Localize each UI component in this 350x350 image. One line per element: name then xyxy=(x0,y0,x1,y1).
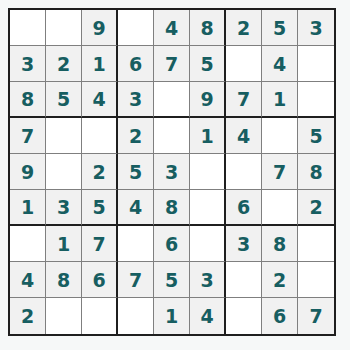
cell-r4c5[interactable] xyxy=(154,118,190,154)
cell-r8c3[interactable]: 6 xyxy=(82,262,118,298)
cell-r3c2[interactable]: 5 xyxy=(46,82,82,118)
cell-r2c1[interactable]: 3 xyxy=(10,46,46,82)
cell-r7c7[interactable]: 3 xyxy=(226,226,262,262)
cell-r8c5[interactable]: 5 xyxy=(154,262,190,298)
cell-r4c3[interactable] xyxy=(82,118,118,154)
cell-r2c7[interactable] xyxy=(226,46,262,82)
cell-r4c6[interactable]: 1 xyxy=(190,118,226,154)
cell-r1c4[interactable] xyxy=(118,10,154,46)
cell-r3c1[interactable]: 8 xyxy=(10,82,46,118)
cell-r1c7[interactable]: 2 xyxy=(226,10,262,46)
cell-r1c2[interactable] xyxy=(46,10,82,46)
cell-r8c6[interactable]: 3 xyxy=(190,262,226,298)
sudoku-board: 9482533216754854397172145925378135486217… xyxy=(8,8,336,336)
cell-r2c8[interactable]: 4 xyxy=(262,46,298,82)
cell-r1c8[interactable]: 5 xyxy=(262,10,298,46)
cell-r4c8[interactable] xyxy=(262,118,298,154)
cell-r8c7[interactable] xyxy=(226,262,262,298)
cell-r5c6[interactable] xyxy=(190,154,226,190)
cell-r5c8[interactable]: 7 xyxy=(262,154,298,190)
cell-r3c5[interactable] xyxy=(154,82,190,118)
cell-r2c2[interactable]: 2 xyxy=(46,46,82,82)
cell-r8c2[interactable]: 8 xyxy=(46,262,82,298)
cell-r8c9[interactable] xyxy=(298,262,334,298)
cell-r5c9[interactable]: 8 xyxy=(298,154,334,190)
cell-r9c7[interactable] xyxy=(226,298,262,334)
cell-r4c1[interactable]: 7 xyxy=(10,118,46,154)
cell-r3c8[interactable]: 1 xyxy=(262,82,298,118)
cell-r6c7[interactable]: 6 xyxy=(226,190,262,226)
cell-r1c5[interactable]: 4 xyxy=(154,10,190,46)
cell-r5c7[interactable] xyxy=(226,154,262,190)
cell-r7c8[interactable]: 8 xyxy=(262,226,298,262)
cell-r3c6[interactable]: 9 xyxy=(190,82,226,118)
cell-r7c3[interactable]: 7 xyxy=(82,226,118,262)
cell-r3c3[interactable]: 4 xyxy=(82,82,118,118)
cell-r9c1[interactable]: 2 xyxy=(10,298,46,334)
cell-r1c1[interactable] xyxy=(10,10,46,46)
cell-r7c5[interactable]: 6 xyxy=(154,226,190,262)
cell-r4c4[interactable]: 2 xyxy=(118,118,154,154)
cell-r2c5[interactable]: 7 xyxy=(154,46,190,82)
cell-r6c1[interactable]: 1 xyxy=(10,190,46,226)
cell-r6c2[interactable]: 3 xyxy=(46,190,82,226)
cell-r9c5[interactable]: 1 xyxy=(154,298,190,334)
cell-r6c5[interactable]: 8 xyxy=(154,190,190,226)
cell-r1c9[interactable]: 3 xyxy=(298,10,334,46)
cell-r9c8[interactable]: 6 xyxy=(262,298,298,334)
cell-r9c9[interactable]: 7 xyxy=(298,298,334,334)
cell-r7c6[interactable] xyxy=(190,226,226,262)
cell-r9c4[interactable] xyxy=(118,298,154,334)
cell-r6c4[interactable]: 4 xyxy=(118,190,154,226)
cell-r3c7[interactable]: 7 xyxy=(226,82,262,118)
cell-r5c5[interactable]: 3 xyxy=(154,154,190,190)
cell-r6c3[interactable]: 5 xyxy=(82,190,118,226)
cell-r9c3[interactable] xyxy=(82,298,118,334)
cell-r7c4[interactable] xyxy=(118,226,154,262)
cell-r2c3[interactable]: 1 xyxy=(82,46,118,82)
cell-r9c6[interactable]: 4 xyxy=(190,298,226,334)
cell-r7c1[interactable] xyxy=(10,226,46,262)
cell-r2c6[interactable]: 5 xyxy=(190,46,226,82)
cell-r5c2[interactable] xyxy=(46,154,82,190)
cell-r8c1[interactable]: 4 xyxy=(10,262,46,298)
cell-r1c6[interactable]: 8 xyxy=(190,10,226,46)
cell-r4c7[interactable]: 4 xyxy=(226,118,262,154)
cell-r1c3[interactable]: 9 xyxy=(82,10,118,46)
cell-r2c4[interactable]: 6 xyxy=(118,46,154,82)
cell-r3c9[interactable] xyxy=(298,82,334,118)
cell-r9c2[interactable] xyxy=(46,298,82,334)
cell-r8c4[interactable]: 7 xyxy=(118,262,154,298)
cell-r7c9[interactable] xyxy=(298,226,334,262)
cell-r6c8[interactable] xyxy=(262,190,298,226)
cell-r6c6[interactable] xyxy=(190,190,226,226)
cell-r4c9[interactable]: 5 xyxy=(298,118,334,154)
cell-r4c2[interactable] xyxy=(46,118,82,154)
cell-r6c9[interactable]: 2 xyxy=(298,190,334,226)
cell-r8c8[interactable]: 2 xyxy=(262,262,298,298)
cell-r5c1[interactable]: 9 xyxy=(10,154,46,190)
cell-r3c4[interactable]: 3 xyxy=(118,82,154,118)
cell-r5c3[interactable]: 2 xyxy=(82,154,118,190)
cell-r5c4[interactable]: 5 xyxy=(118,154,154,190)
cell-r7c2[interactable]: 1 xyxy=(46,226,82,262)
cell-r2c9[interactable] xyxy=(298,46,334,82)
